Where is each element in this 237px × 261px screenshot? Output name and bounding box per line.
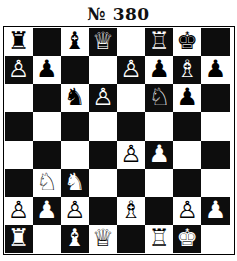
piece-black-bishop[interactable]: ♝	[64, 29, 86, 53]
square-e8[interactable]	[117, 28, 145, 56]
piece-white-pawn[interactable]: ♙	[177, 198, 199, 222]
puzzle-number-title: № 380	[0, 0, 237, 26]
piece-black-pawn[interactable]: ♙	[92, 85, 114, 109]
piece-white-bishop[interactable]: ♗	[120, 198, 142, 222]
square-f2[interactable]	[145, 197, 173, 225]
square-d4[interactable]	[89, 141, 117, 169]
chess-board: ♜♝♕♖♚♙♟♙♟♗♟♞♙♘♟♙♟♘♞♙♟♙♗♙♟♜♝♕♖♚	[5, 28, 230, 253]
square-e7[interactable]: ♙	[117, 56, 145, 84]
square-b3[interactable]: ♘	[33, 169, 61, 197]
square-e1[interactable]	[117, 225, 145, 253]
square-a4[interactable]	[5, 141, 33, 169]
square-h3[interactable]	[201, 169, 229, 197]
square-a7[interactable]: ♙	[5, 56, 33, 84]
piece-black-pawn[interactable]: ♟	[148, 57, 170, 81]
piece-black-king[interactable]: ♚	[177, 29, 199, 53]
square-c3[interactable]: ♞	[61, 169, 89, 197]
square-h7[interactable]: ♟	[201, 56, 229, 84]
square-g8[interactable]: ♚	[173, 28, 201, 56]
square-e3[interactable]	[117, 169, 145, 197]
board-frame: ♜♝♕♖♚♙♟♙♟♗♟♞♙♘♟♙♟♘♞♙♟♙♗♙♟♜♝♕♖♚	[3, 26, 235, 255]
piece-white-pawn[interactable]: ♟	[205, 198, 227, 222]
square-a3[interactable]	[5, 169, 33, 197]
piece-white-pawn[interactable]: ♟	[148, 142, 170, 166]
square-h8[interactable]	[201, 28, 229, 56]
piece-black-queen[interactable]: ♕	[92, 29, 114, 53]
square-d6[interactable]: ♙	[89, 84, 117, 112]
square-h6[interactable]	[201, 84, 229, 112]
square-f1[interactable]: ♖	[145, 225, 173, 253]
square-a2[interactable]: ♙	[5, 197, 33, 225]
piece-black-pawn[interactable]: ♙	[8, 57, 30, 81]
square-d8[interactable]: ♕	[89, 28, 117, 56]
piece-white-king[interactable]: ♚	[177, 226, 199, 250]
square-h5[interactable]	[201, 112, 229, 140]
square-f8[interactable]: ♖	[145, 28, 173, 56]
square-f3[interactable]	[145, 169, 173, 197]
piece-white-rook[interactable]: ♖	[148, 226, 170, 250]
square-c4[interactable]	[61, 141, 89, 169]
square-a1[interactable]: ♜	[5, 225, 33, 253]
square-g3[interactable]	[173, 169, 201, 197]
square-c2[interactable]: ♙	[61, 197, 89, 225]
square-b2[interactable]: ♟	[33, 197, 61, 225]
square-a5[interactable]	[5, 112, 33, 140]
square-g4[interactable]	[173, 141, 201, 169]
square-c5[interactable]	[61, 112, 89, 140]
square-c1[interactable]: ♝	[61, 225, 89, 253]
piece-black-pawn[interactable]: ♟	[36, 57, 58, 81]
chess-puzzle-diagram: № 380 ♜♝♕♖♚♙♟♙♟♗♟♞♙♘♟♙♟♘♞♙♟♙♗♙♟♜♝♕♖♚	[0, 0, 237, 255]
piece-white-bishop[interactable]: ♝	[64, 226, 86, 250]
square-f5[interactable]	[145, 112, 173, 140]
piece-black-rook[interactable]: ♜	[8, 29, 30, 53]
piece-white-knight[interactable]: ♞	[64, 170, 86, 194]
piece-white-rook[interactable]: ♜	[8, 226, 30, 250]
piece-white-queen[interactable]: ♕	[92, 226, 114, 250]
square-d7[interactable]	[89, 56, 117, 84]
square-h2[interactable]: ♟	[201, 197, 229, 225]
square-b1[interactable]	[33, 225, 61, 253]
square-e4[interactable]: ♙	[117, 141, 145, 169]
square-g2[interactable]: ♙	[173, 197, 201, 225]
square-f4[interactable]: ♟	[145, 141, 173, 169]
square-b4[interactable]	[33, 141, 61, 169]
square-h4[interactable]	[201, 141, 229, 169]
piece-black-pawn[interactable]: ♟	[177, 85, 199, 109]
piece-black-pawn[interactable]: ♙	[120, 57, 142, 81]
square-g1[interactable]: ♚	[173, 225, 201, 253]
square-h1[interactable]	[201, 225, 229, 253]
piece-black-knight[interactable]: ♘	[148, 85, 170, 109]
square-b8[interactable]	[33, 28, 61, 56]
square-b5[interactable]	[33, 112, 61, 140]
square-e6[interactable]	[117, 84, 145, 112]
square-g5[interactable]	[173, 112, 201, 140]
square-g7[interactable]: ♗	[173, 56, 201, 84]
square-a6[interactable]	[5, 84, 33, 112]
square-c8[interactable]: ♝	[61, 28, 89, 56]
square-b6[interactable]	[33, 84, 61, 112]
piece-white-knight[interactable]: ♘	[36, 170, 58, 194]
piece-black-bishop[interactable]: ♗	[177, 57, 199, 81]
piece-white-pawn[interactable]: ♙	[8, 198, 30, 222]
square-d2[interactable]	[89, 197, 117, 225]
piece-black-knight[interactable]: ♞	[64, 85, 86, 109]
square-a8[interactable]: ♜	[5, 28, 33, 56]
square-f6[interactable]: ♘	[145, 84, 173, 112]
piece-black-pawn[interactable]: ♟	[205, 57, 227, 81]
square-c7[interactable]	[61, 56, 89, 84]
piece-white-pawn[interactable]: ♙	[120, 142, 142, 166]
square-d1[interactable]: ♕	[89, 225, 117, 253]
square-g6[interactable]: ♟	[173, 84, 201, 112]
square-e2[interactable]: ♗	[117, 197, 145, 225]
piece-white-pawn[interactable]: ♟	[36, 198, 58, 222]
square-c6[interactable]: ♞	[61, 84, 89, 112]
square-d3[interactable]	[89, 169, 117, 197]
square-e5[interactable]	[117, 112, 145, 140]
piece-black-rook[interactable]: ♖	[148, 29, 170, 53]
piece-white-pawn[interactable]: ♙	[64, 198, 86, 222]
square-f7[interactable]: ♟	[145, 56, 173, 84]
square-b7[interactable]: ♟	[33, 56, 61, 84]
square-d5[interactable]	[89, 112, 117, 140]
